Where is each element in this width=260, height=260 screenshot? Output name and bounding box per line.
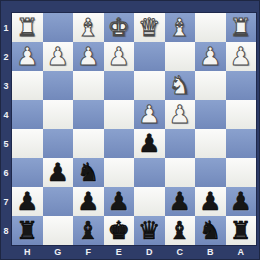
file-label-c: C bbox=[165, 245, 196, 260]
piece-black-knight: ♞ bbox=[199, 216, 221, 245]
rank-label-6: 6 bbox=[0, 158, 12, 187]
square-e2[interactable]: ♟ bbox=[104, 42, 135, 71]
piece-white-rook: ♜ bbox=[230, 13, 252, 42]
square-d8[interactable]: ♛ bbox=[134, 216, 165, 245]
square-a5[interactable] bbox=[226, 129, 257, 158]
piece-white-pawn: ♟ bbox=[169, 100, 191, 129]
square-g4[interactable] bbox=[43, 100, 74, 129]
square-f4[interactable] bbox=[73, 100, 104, 129]
file-label-b: B bbox=[195, 245, 226, 260]
square-e1[interactable]: ♚ bbox=[104, 13, 135, 42]
file-label-e: E bbox=[104, 245, 135, 260]
piece-black-bishop: ♝ bbox=[77, 216, 99, 245]
piece-white-bishop: ♝ bbox=[169, 13, 191, 42]
square-a4[interactable] bbox=[226, 100, 257, 129]
square-c5[interactable] bbox=[165, 129, 196, 158]
square-e3[interactable] bbox=[104, 71, 135, 100]
square-d4[interactable]: ♟ bbox=[134, 100, 165, 129]
chess-board: ♜♝♚♛♝♜♟♟♟♟♟♟♞♟♟♟♟♞♟♟♟♟♟♟♜♝♚♛♝♞♜ bbox=[12, 13, 256, 245]
rank-label-4: 4 bbox=[0, 100, 12, 129]
piece-black-rook: ♜ bbox=[16, 216, 38, 245]
square-a2[interactable]: ♟ bbox=[226, 42, 257, 71]
piece-black-pawn: ♟ bbox=[47, 158, 69, 187]
piece-white-pawn: ♟ bbox=[77, 42, 99, 71]
square-c7[interactable]: ♟ bbox=[165, 187, 196, 216]
rank-label-3: 3 bbox=[0, 71, 12, 100]
square-b7[interactable]: ♟ bbox=[195, 187, 226, 216]
piece-black-pawn: ♟ bbox=[108, 187, 130, 216]
piece-black-rook: ♜ bbox=[230, 216, 252, 245]
square-h6[interactable] bbox=[12, 158, 43, 187]
square-h4[interactable] bbox=[12, 100, 43, 129]
square-e4[interactable] bbox=[104, 100, 135, 129]
piece-black-pawn: ♟ bbox=[169, 187, 191, 216]
square-b4[interactable] bbox=[195, 100, 226, 129]
square-f2[interactable]: ♟ bbox=[73, 42, 104, 71]
square-b3[interactable] bbox=[195, 71, 226, 100]
square-b6[interactable] bbox=[195, 158, 226, 187]
file-label-h: H bbox=[12, 245, 43, 260]
piece-white-knight: ♞ bbox=[169, 71, 191, 100]
square-d6[interactable] bbox=[134, 158, 165, 187]
square-d5[interactable]: ♟ bbox=[134, 129, 165, 158]
file-label-a: A bbox=[226, 245, 257, 260]
rank-label-2: 2 bbox=[0, 42, 12, 71]
square-c3[interactable]: ♞ bbox=[165, 71, 196, 100]
file-label-g: G bbox=[43, 245, 74, 260]
square-a8[interactable]: ♜ bbox=[226, 216, 257, 245]
piece-black-pawn: ♟ bbox=[77, 187, 99, 216]
square-a6[interactable] bbox=[226, 158, 257, 187]
square-c1[interactable]: ♝ bbox=[165, 13, 196, 42]
square-h2[interactable]: ♟ bbox=[12, 42, 43, 71]
piece-black-knight: ♞ bbox=[77, 158, 99, 187]
piece-white-pawn: ♟ bbox=[230, 42, 252, 71]
square-d1[interactable]: ♛ bbox=[134, 13, 165, 42]
rank-label-8: 8 bbox=[0, 216, 12, 245]
square-e7[interactable]: ♟ bbox=[104, 187, 135, 216]
piece-white-pawn: ♟ bbox=[16, 42, 38, 71]
square-f1[interactable]: ♝ bbox=[73, 13, 104, 42]
piece-white-bishop: ♝ bbox=[77, 13, 99, 42]
rank-label-7: 7 bbox=[0, 187, 12, 216]
square-h1[interactable]: ♜ bbox=[12, 13, 43, 42]
piece-white-queen: ♛ bbox=[138, 13, 160, 42]
piece-black-pawn: ♟ bbox=[199, 187, 221, 216]
square-h8[interactable]: ♜ bbox=[12, 216, 43, 245]
rank-labels: 12345678 bbox=[0, 13, 12, 245]
piece-black-queen: ♛ bbox=[138, 216, 160, 245]
square-c8[interactable]: ♝ bbox=[165, 216, 196, 245]
square-f7[interactable]: ♟ bbox=[73, 187, 104, 216]
piece-black-bishop: ♝ bbox=[169, 216, 191, 245]
square-e5[interactable] bbox=[104, 129, 135, 158]
square-g6[interactable]: ♟ bbox=[43, 158, 74, 187]
rank-label-1: 1 bbox=[0, 13, 12, 42]
piece-white-pawn: ♟ bbox=[108, 42, 130, 71]
chess-board-frame: 12345678 ♜♝♚♛♝♜♟♟♟♟♟♟♞♟♟♟♟♞♟♟♟♟♟♟♜♝♚♛♝♞♜… bbox=[0, 0, 260, 260]
square-g1[interactable] bbox=[43, 13, 74, 42]
piece-black-pawn: ♟ bbox=[230, 187, 252, 216]
square-h5[interactable] bbox=[12, 129, 43, 158]
piece-white-pawn: ♟ bbox=[138, 100, 160, 129]
piece-black-pawn: ♟ bbox=[16, 187, 38, 216]
piece-white-pawn: ♟ bbox=[199, 42, 221, 71]
square-b2[interactable]: ♟ bbox=[195, 42, 226, 71]
file-label-d: D bbox=[134, 245, 165, 260]
square-f5[interactable] bbox=[73, 129, 104, 158]
square-b8[interactable]: ♞ bbox=[195, 216, 226, 245]
square-c6[interactable] bbox=[165, 158, 196, 187]
square-h7[interactable]: ♟ bbox=[12, 187, 43, 216]
square-b1[interactable] bbox=[195, 13, 226, 42]
square-h3[interactable] bbox=[12, 71, 43, 100]
square-c2[interactable] bbox=[165, 42, 196, 71]
square-g7[interactable] bbox=[43, 187, 74, 216]
square-a1[interactable]: ♜ bbox=[226, 13, 257, 42]
square-d7[interactable] bbox=[134, 187, 165, 216]
square-f3[interactable] bbox=[73, 71, 104, 100]
square-e8[interactable]: ♚ bbox=[104, 216, 135, 245]
square-a3[interactable] bbox=[226, 71, 257, 100]
square-e6[interactable] bbox=[104, 158, 135, 187]
piece-black-king: ♚ bbox=[108, 216, 130, 245]
square-c4[interactable]: ♟ bbox=[165, 100, 196, 129]
square-f6[interactable]: ♞ bbox=[73, 158, 104, 187]
square-d3[interactable] bbox=[134, 71, 165, 100]
square-g2[interactable]: ♟ bbox=[43, 42, 74, 71]
square-g3[interactable] bbox=[43, 71, 74, 100]
piece-white-rook: ♜ bbox=[16, 13, 38, 42]
file-label-f: F bbox=[73, 245, 104, 260]
piece-white-king: ♚ bbox=[108, 13, 130, 42]
piece-black-pawn: ♟ bbox=[138, 129, 160, 158]
square-g8[interactable] bbox=[43, 216, 74, 245]
square-d2[interactable] bbox=[134, 42, 165, 71]
square-b5[interactable] bbox=[195, 129, 226, 158]
square-a7[interactable]: ♟ bbox=[226, 187, 257, 216]
square-f8[interactable]: ♝ bbox=[73, 216, 104, 245]
rank-label-5: 5 bbox=[0, 129, 12, 158]
square-g5[interactable] bbox=[43, 129, 74, 158]
piece-white-pawn: ♟ bbox=[47, 42, 69, 71]
file-labels: HGFEDCBA bbox=[12, 245, 256, 260]
